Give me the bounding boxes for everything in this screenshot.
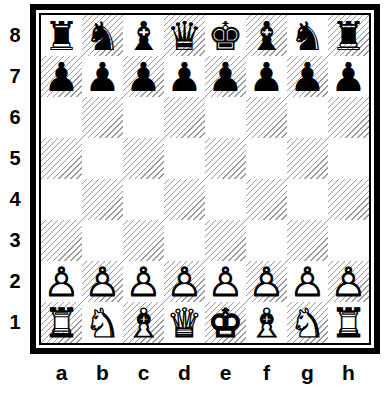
square-c1[interactable]: ♝♗: [123, 302, 164, 343]
square-d7[interactable]: ♟: [164, 56, 205, 97]
piece-black-king[interactable]: ♚: [205, 15, 246, 56]
square-e6[interactable]: [205, 97, 246, 138]
square-f1[interactable]: ♝♗: [246, 302, 287, 343]
black-king-icon: ♚: [205, 15, 246, 56]
square-d6[interactable]: [164, 97, 205, 138]
white-pawn-outline-icon: ♙: [41, 261, 82, 302]
piece-white-rook[interactable]: ♜♖: [328, 302, 369, 343]
white-pawn-outline-icon: ♙: [328, 261, 369, 302]
square-c2[interactable]: ♟♙: [123, 261, 164, 302]
piece-black-queen[interactable]: ♛: [164, 15, 205, 56]
piece-white-pawn[interactable]: ♟♙: [205, 261, 246, 302]
white-pawn-icon: ♟: [41, 261, 82, 302]
square-e2[interactable]: ♟♙: [205, 261, 246, 302]
black-pawn-icon: ♟: [82, 56, 123, 97]
square-a3[interactable]: [41, 220, 82, 261]
rank-label-5: 5: [0, 138, 30, 179]
file-label-g: g: [287, 361, 328, 385]
square-h4[interactable]: [328, 179, 369, 220]
piece-black-bishop[interactable]: ♝: [123, 15, 164, 56]
piece-white-knight[interactable]: ♞♘: [287, 302, 328, 343]
square-b6[interactable]: [82, 97, 123, 138]
square-c5[interactable]: [123, 138, 164, 179]
piece-white-pawn[interactable]: ♟♙: [328, 261, 369, 302]
square-f4[interactable]: [246, 179, 287, 220]
white-pawn-outline-icon: ♙: [123, 261, 164, 302]
square-g3[interactable]: [287, 220, 328, 261]
square-b4[interactable]: [82, 179, 123, 220]
white-pawn-outline-icon: ♙: [164, 261, 205, 302]
white-knight-outline-icon: ♘: [287, 302, 328, 343]
black-pawn-icon: ♟: [328, 56, 369, 97]
black-pawn-icon: ♟: [246, 56, 287, 97]
square-b3[interactable]: [82, 220, 123, 261]
square-d4[interactable]: [164, 179, 205, 220]
square-c4[interactable]: [123, 179, 164, 220]
white-pawn-icon: ♟: [287, 261, 328, 302]
square-c8[interactable]: ♝: [123, 15, 164, 56]
white-bishop-outline-icon: ♗: [246, 302, 287, 343]
piece-white-pawn[interactable]: ♟♙: [82, 261, 123, 302]
square-a5[interactable]: [41, 138, 82, 179]
black-knight-icon: ♞: [287, 15, 328, 56]
square-a1[interactable]: ♜♖: [41, 302, 82, 343]
square-f6[interactable]: [246, 97, 287, 138]
chess-diagram: 87654321 ♜♞♝♛♚♝♞♜♟♟♟♟♟♟♟♟♟♙♟♙♟♙♟♙♟♙♟♙♟♙♟…: [0, 0, 388, 395]
piece-black-knight[interactable]: ♞: [287, 15, 328, 56]
piece-black-rook[interactable]: ♜: [41, 15, 82, 56]
piece-black-pawn[interactable]: ♟: [328, 56, 369, 97]
piece-white-knight[interactable]: ♞♘: [82, 302, 123, 343]
file-label-b: b: [82, 361, 123, 385]
white-rook-outline-icon: ♖: [41, 302, 82, 343]
white-pawn-icon: ♟: [328, 261, 369, 302]
file-label-a: a: [41, 361, 82, 385]
piece-white-pawn[interactable]: ♟♙: [164, 261, 205, 302]
piece-white-king[interactable]: ♚♔: [205, 302, 246, 343]
white-pawn-icon: ♟: [123, 261, 164, 302]
square-e5[interactable]: [205, 138, 246, 179]
square-b5[interactable]: [82, 138, 123, 179]
white-bishop-outline-icon: ♗: [123, 302, 164, 343]
white-queen-outline-icon: ♕: [164, 302, 205, 343]
white-pawn-outline-icon: ♙: [205, 261, 246, 302]
square-e4[interactable]: [205, 179, 246, 220]
square-e3[interactable]: [205, 220, 246, 261]
square-g8[interactable]: ♞: [287, 15, 328, 56]
square-h3[interactable]: [328, 220, 369, 261]
piece-black-pawn[interactable]: ♟: [164, 56, 205, 97]
file-label-c: c: [123, 361, 164, 385]
piece-black-rook[interactable]: ♜: [328, 15, 369, 56]
black-knight-icon: ♞: [82, 15, 123, 56]
square-f8[interactable]: ♝: [246, 15, 287, 56]
white-pawn-icon: ♟: [205, 261, 246, 302]
white-pawn-icon: ♟: [82, 261, 123, 302]
file-label-f: f: [246, 361, 287, 385]
square-b8[interactable]: ♞: [82, 15, 123, 56]
black-queen-icon: ♛: [164, 15, 205, 56]
square-d1[interactable]: ♛♕: [164, 302, 205, 343]
square-g5[interactable]: [287, 138, 328, 179]
square-c3[interactable]: [123, 220, 164, 261]
black-pawn-icon: ♟: [123, 56, 164, 97]
piece-white-pawn[interactable]: ♟♙: [41, 261, 82, 302]
white-bishop-icon: ♝: [123, 302, 164, 343]
white-rook-icon: ♜: [41, 302, 82, 343]
white-king-icon: ♚: [205, 302, 246, 343]
square-e7[interactable]: ♟: [205, 56, 246, 97]
square-a6[interactable]: [41, 97, 82, 138]
square-g6[interactable]: [287, 97, 328, 138]
piece-white-bishop[interactable]: ♝♗: [246, 302, 287, 343]
square-a4[interactable]: [41, 179, 82, 220]
square-a7[interactable]: ♟: [41, 56, 82, 97]
square-g7[interactable]: ♟: [287, 56, 328, 97]
white-pawn-icon: ♟: [164, 261, 205, 302]
rank-label-2: 2: [0, 261, 30, 302]
piece-black-pawn[interactable]: ♟: [205, 56, 246, 97]
piece-black-pawn[interactable]: ♟: [287, 56, 328, 97]
file-labels: abcdefgh: [41, 354, 388, 385]
white-knight-icon: ♞: [287, 302, 328, 343]
square-g2[interactable]: ♟♙: [287, 261, 328, 302]
piece-black-pawn[interactable]: ♟: [41, 56, 82, 97]
piece-white-pawn[interactable]: ♟♙: [246, 261, 287, 302]
square-b2[interactable]: ♟♙: [82, 261, 123, 302]
white-pawn-outline-icon: ♙: [246, 261, 287, 302]
rank-label-8: 8: [0, 15, 30, 56]
black-pawn-icon: ♟: [164, 56, 205, 97]
square-d2[interactable]: ♟♙: [164, 261, 205, 302]
piece-white-bishop[interactable]: ♝♗: [123, 302, 164, 343]
chess-board[interactable]: ♜♞♝♛♚♝♞♜♟♟♟♟♟♟♟♟♟♙♟♙♟♙♟♙♟♙♟♙♟♙♟♙♜♖♞♘♝♗♛♕…: [41, 15, 369, 343]
rank-label-7: 7: [0, 56, 30, 97]
black-rook-icon: ♜: [328, 15, 369, 56]
rank-label-6: 6: [0, 97, 30, 138]
square-d3[interactable]: [164, 220, 205, 261]
square-g4[interactable]: [287, 179, 328, 220]
white-rook-icon: ♜: [328, 302, 369, 343]
piece-black-pawn[interactable]: ♟: [246, 56, 287, 97]
rank-label-4: 4: [0, 179, 30, 220]
square-a2[interactable]: ♟♙: [41, 261, 82, 302]
white-pawn-outline-icon: ♙: [287, 261, 328, 302]
file-label-e: e: [205, 361, 246, 385]
square-f3[interactable]: [246, 220, 287, 261]
square-h8[interactable]: ♜: [328, 15, 369, 56]
piece-white-pawn[interactable]: ♟♙: [287, 261, 328, 302]
black-bishop-icon: ♝: [123, 15, 164, 56]
black-bishop-icon: ♝: [246, 15, 287, 56]
file-label-h: h: [328, 361, 369, 385]
white-bishop-icon: ♝: [246, 302, 287, 343]
white-queen-icon: ♛: [164, 302, 205, 343]
square-h1[interactable]: ♜♖: [328, 302, 369, 343]
square-d8[interactable]: ♛: [164, 15, 205, 56]
piece-black-bishop[interactable]: ♝: [246, 15, 287, 56]
square-d5[interactable]: [164, 138, 205, 179]
square-h6[interactable]: [328, 97, 369, 138]
square-b1[interactable]: ♞♘: [82, 302, 123, 343]
file-label-d: d: [164, 361, 205, 385]
black-pawn-icon: ♟: [41, 56, 82, 97]
square-f7[interactable]: ♟: [246, 56, 287, 97]
rank-label-1: 1: [0, 302, 30, 343]
piece-white-queen[interactable]: ♛♕: [164, 302, 205, 343]
square-e8[interactable]: ♚: [205, 15, 246, 56]
square-a8[interactable]: ♜: [41, 15, 82, 56]
square-c7[interactable]: ♟: [123, 56, 164, 97]
square-g1[interactable]: ♞♘: [287, 302, 328, 343]
square-h5[interactable]: [328, 138, 369, 179]
piece-white-pawn[interactable]: ♟♙: [123, 261, 164, 302]
white-king-outline-icon: ♔: [205, 302, 246, 343]
square-c6[interactable]: [123, 97, 164, 138]
square-f5[interactable]: [246, 138, 287, 179]
white-pawn-outline-icon: ♙: [82, 261, 123, 302]
white-knight-icon: ♞: [82, 302, 123, 343]
board-row: 87654321 ♜♞♝♛♚♝♞♜♟♟♟♟♟♟♟♟♟♙♟♙♟♙♟♙♟♙♟♙♟♙♟…: [0, 0, 388, 354]
piece-black-pawn[interactable]: ♟: [82, 56, 123, 97]
rank-label-3: 3: [0, 220, 30, 261]
piece-black-knight[interactable]: ♞: [82, 15, 123, 56]
board-inner-border: ♜♞♝♛♚♝♞♜♟♟♟♟♟♟♟♟♟♙♟♙♟♙♟♙♟♙♟♙♟♙♟♙♜♖♞♘♝♗♛♕…: [39, 13, 371, 345]
square-f2[interactable]: ♟♙: [246, 261, 287, 302]
white-rook-outline-icon: ♖: [328, 302, 369, 343]
white-knight-outline-icon: ♘: [82, 302, 123, 343]
square-h2[interactable]: ♟♙: [328, 261, 369, 302]
piece-white-rook[interactable]: ♜♖: [41, 302, 82, 343]
square-e1[interactable]: ♚♔: [205, 302, 246, 343]
square-h7[interactable]: ♟: [328, 56, 369, 97]
rank-labels: 87654321: [0, 15, 30, 343]
piece-black-pawn[interactable]: ♟: [123, 56, 164, 97]
black-pawn-icon: ♟: [287, 56, 328, 97]
square-b7[interactable]: ♟: [82, 56, 123, 97]
black-pawn-icon: ♟: [205, 56, 246, 97]
board-outer-border: ♜♞♝♛♚♝♞♜♟♟♟♟♟♟♟♟♟♙♟♙♟♙♟♙♟♙♟♙♟♙♟♙♜♖♞♘♝♗♛♕…: [30, 4, 380, 354]
white-pawn-icon: ♟: [246, 261, 287, 302]
black-rook-icon: ♜: [41, 15, 82, 56]
